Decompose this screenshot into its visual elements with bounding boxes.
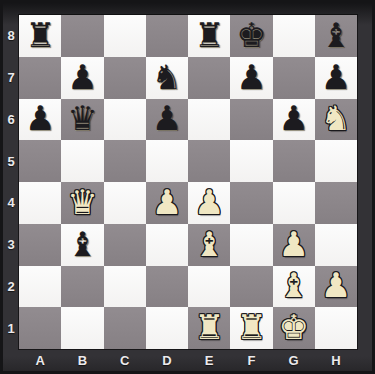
- piece-white-pawn[interactable]: ♟: [321, 268, 351, 302]
- square-c6[interactable]: [104, 99, 146, 141]
- file-label-d: D: [146, 349, 188, 371]
- square-d2[interactable]: [146, 266, 188, 308]
- square-c8[interactable]: [104, 15, 146, 57]
- square-f7[interactable]: ♟: [230, 57, 272, 99]
- square-h6[interactable]: ♞: [315, 99, 357, 141]
- file-label-b: B: [61, 349, 103, 371]
- square-b6[interactable]: ♛: [61, 99, 103, 141]
- rank-label-4: 4: [3, 182, 19, 224]
- piece-white-rook[interactable]: ♜: [236, 310, 266, 344]
- square-e7[interactable]: [188, 57, 230, 99]
- piece-white-pawn[interactable]: ♟: [278, 227, 308, 261]
- square-a2[interactable]: [19, 266, 61, 308]
- square-c1[interactable]: [104, 307, 146, 349]
- piece-black-queen[interactable]: ♛: [67, 101, 97, 135]
- square-f3[interactable]: [230, 224, 272, 266]
- square-b3[interactable]: ♝: [61, 224, 103, 266]
- square-f5[interactable]: [230, 140, 272, 182]
- square-d5[interactable]: [146, 140, 188, 182]
- square-b4[interactable]: ♛: [61, 182, 103, 224]
- piece-white-king[interactable]: ♚: [278, 310, 308, 344]
- square-g7[interactable]: [273, 57, 315, 99]
- square-f6[interactable]: [230, 99, 272, 141]
- square-e8[interactable]: ♜: [188, 15, 230, 57]
- square-a7[interactable]: [19, 57, 61, 99]
- chess-board[interactable]: ♜♜♚♝♟♞♟♟♟♛♟♟♞♛♟♟♝♝♟♝♟♜♜♚: [19, 15, 357, 349]
- piece-black-pawn[interactable]: ♟: [67, 60, 97, 94]
- square-h1[interactable]: [315, 307, 357, 349]
- square-h2[interactable]: ♟: [315, 266, 357, 308]
- piece-black-bishop[interactable]: ♝: [321, 18, 351, 52]
- file-label-e: E: [188, 349, 230, 371]
- file-label-h: H: [315, 349, 357, 371]
- square-f8[interactable]: ♚: [230, 15, 272, 57]
- piece-white-pawn[interactable]: ♟: [152, 185, 182, 219]
- square-f4[interactable]: [230, 182, 272, 224]
- square-e6[interactable]: [188, 99, 230, 141]
- square-g8[interactable]: [273, 15, 315, 57]
- rank-label-8: 8: [3, 15, 19, 57]
- piece-black-pawn[interactable]: ♟: [321, 60, 351, 94]
- square-a1[interactable]: [19, 307, 61, 349]
- piece-black-pawn[interactable]: ♟: [25, 101, 55, 135]
- square-b1[interactable]: [61, 307, 103, 349]
- square-c3[interactable]: [104, 224, 146, 266]
- square-a3[interactable]: [19, 224, 61, 266]
- file-labels: ABCDEFGH: [19, 349, 357, 371]
- square-a8[interactable]: ♜: [19, 15, 61, 57]
- rank-label-3: 3: [3, 224, 19, 266]
- square-d6[interactable]: ♟: [146, 99, 188, 141]
- square-a4[interactable]: [19, 182, 61, 224]
- square-g5[interactable]: [273, 140, 315, 182]
- file-label-f: F: [230, 349, 272, 371]
- piece-black-pawn[interactable]: ♟: [278, 101, 308, 135]
- square-g4[interactable]: [273, 182, 315, 224]
- file-label-a: A: [19, 349, 61, 371]
- square-d7[interactable]: ♞: [146, 57, 188, 99]
- square-d1[interactable]: [146, 307, 188, 349]
- square-e2[interactable]: [188, 266, 230, 308]
- square-h5[interactable]: [315, 140, 357, 182]
- rank-labels: 87654321: [3, 15, 19, 349]
- piece-black-rook[interactable]: ♜: [25, 18, 55, 52]
- rank-label-2: 2: [3, 266, 19, 308]
- square-f1[interactable]: ♜: [230, 307, 272, 349]
- rank-label-5: 5: [3, 140, 19, 182]
- square-c5[interactable]: [104, 140, 146, 182]
- piece-white-knight[interactable]: ♞: [321, 101, 351, 135]
- square-a5[interactable]: [19, 140, 61, 182]
- chess-board-frame: 87654321 ♜♜♚♝♟♞♟♟♟♛♟♟♞♛♟♟♝♝♟♝♟♜♜♚ ABCDEF…: [0, 0, 375, 374]
- square-b5[interactable]: [61, 140, 103, 182]
- piece-white-queen[interactable]: ♛: [67, 185, 97, 219]
- square-b8[interactable]: [61, 15, 103, 57]
- piece-black-pawn[interactable]: ♟: [152, 101, 182, 135]
- square-b7[interactable]: ♟: [61, 57, 103, 99]
- square-g3[interactable]: ♟: [273, 224, 315, 266]
- square-e5[interactable]: [188, 140, 230, 182]
- rank-label-6: 6: [3, 99, 19, 141]
- file-label-g: G: [273, 349, 315, 371]
- square-h3[interactable]: [315, 224, 357, 266]
- rank-label-7: 7: [3, 57, 19, 99]
- square-e1[interactable]: ♜: [188, 307, 230, 349]
- square-e4[interactable]: ♟: [188, 182, 230, 224]
- square-c4[interactable]: [104, 182, 146, 224]
- piece-white-bishop[interactable]: ♝: [278, 268, 308, 302]
- square-d4[interactable]: ♟: [146, 182, 188, 224]
- square-d8[interactable]: [146, 15, 188, 57]
- file-label-c: C: [104, 349, 146, 371]
- square-c2[interactable]: [104, 266, 146, 308]
- square-d3[interactable]: [146, 224, 188, 266]
- piece-white-rook[interactable]: ♜: [194, 310, 224, 344]
- piece-black-knight[interactable]: ♞: [152, 60, 182, 94]
- square-b2[interactable]: [61, 266, 103, 308]
- square-h7[interactable]: ♟: [315, 57, 357, 99]
- square-e3[interactable]: ♝: [188, 224, 230, 266]
- rank-label-1: 1: [3, 307, 19, 349]
- piece-black-pawn[interactable]: ♟: [236, 60, 266, 94]
- piece-black-bishop[interactable]: ♝: [67, 227, 97, 261]
- square-c7[interactable]: [104, 57, 146, 99]
- square-a6[interactable]: ♟: [19, 99, 61, 141]
- square-g6[interactable]: ♟: [273, 99, 315, 141]
- square-f2[interactable]: [230, 266, 272, 308]
- square-g2[interactable]: ♝: [273, 266, 315, 308]
- piece-white-bishop[interactable]: ♝: [194, 227, 224, 261]
- square-g1[interactable]: ♚: [273, 307, 315, 349]
- piece-white-pawn[interactable]: ♟: [194, 185, 224, 219]
- square-h4[interactable]: [315, 182, 357, 224]
- piece-black-king[interactable]: ♚: [236, 18, 266, 52]
- piece-black-rook[interactable]: ♜: [194, 18, 224, 52]
- square-h8[interactable]: ♝: [315, 15, 357, 57]
